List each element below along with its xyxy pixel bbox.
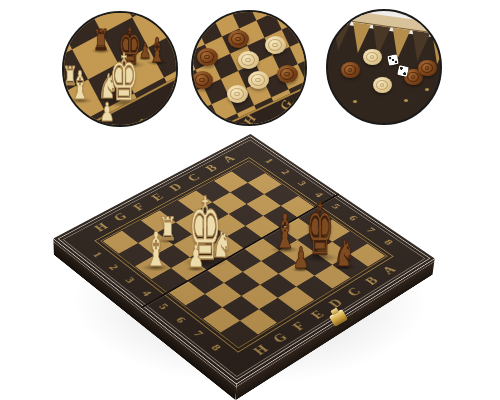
checker-groove — [234, 92, 239, 96]
inset-backgammon-cream-checker — [373, 77, 392, 93]
checker-groove — [255, 78, 260, 82]
inset-backgammon-cream-checker — [363, 49, 382, 65]
checker-groove — [199, 78, 204, 82]
gold-dot — [404, 99, 408, 102]
gold-dot — [425, 88, 429, 91]
product-photo: G♜♚♟♝♜♝♞♚♟ HG — [0, 0, 500, 400]
inset-chess-brown-rook: ♜ — [93, 26, 110, 55]
inset-checkers-dark-checker — [277, 65, 298, 83]
inset-checkers-dark-checker — [192, 71, 213, 89]
checker-groove — [272, 43, 277, 47]
inset-backgammon-closeup — [326, 9, 442, 125]
checker-groove — [245, 58, 250, 62]
folding-chessboard: 1122334455667788AABBCCDDEEFFGGHH — [53, 134, 434, 384]
inset-checkers-closeup: HG — [191, 10, 307, 126]
inset-backgammon-dark-checker — [341, 62, 360, 78]
inset-backgammon-dark-checker — [418, 60, 437, 76]
inset-checkers-cream-checker — [265, 36, 286, 54]
inset-checkers-dark-checker — [228, 30, 249, 48]
gold-dot — [353, 100, 357, 103]
board-face: 1122334455667788AABBCCDDEEFFGGHH — [53, 134, 434, 384]
checker-groove — [235, 37, 240, 41]
die-3 — [387, 54, 399, 66]
inset-chess-closeup: G♜♚♟♝♜♝♞♚♟ — [62, 11, 178, 127]
checker-groove — [284, 72, 289, 76]
backgammon-point — [408, 30, 430, 62]
inset-chess-white-pawn: ♟ — [99, 99, 114, 125]
checker-groove — [204, 55, 209, 59]
inset-chess-white-bishop: ♝ — [70, 67, 90, 106]
inset-checkers-cream-checker — [248, 71, 269, 89]
inset-checkers-cream-checker — [238, 51, 259, 69]
inset-chess-brown-bishop: ♝ — [148, 34, 165, 68]
inset-checkers-cream-checker — [227, 85, 248, 103]
inset-checkers-dark-checker — [197, 48, 218, 66]
